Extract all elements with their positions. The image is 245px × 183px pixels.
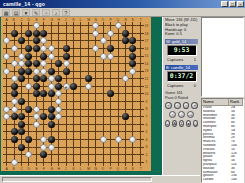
edit-icon[interactable]: ✎ xyxy=(32,9,40,16)
board-cell[interactable] xyxy=(55,121,62,129)
board-cell[interactable] xyxy=(62,113,69,121)
clock-icon[interactable]: ◔ xyxy=(42,9,50,16)
board-cell[interactable] xyxy=(77,30,84,38)
board-cell[interactable] xyxy=(129,113,136,121)
board-cell[interactable] xyxy=(85,158,92,166)
board-cell[interactable] xyxy=(18,52,25,60)
board-cell[interactable] xyxy=(122,75,129,83)
board-cell[interactable] xyxy=(77,67,84,75)
board-cell[interactable] xyxy=(3,113,10,121)
board-cell[interactable] xyxy=(99,128,106,136)
board-cell[interactable] xyxy=(99,30,106,38)
board-cell[interactable] xyxy=(40,67,47,75)
board-cell[interactable] xyxy=(62,143,69,151)
board-cell[interactable] xyxy=(85,37,92,45)
board-cell[interactable] xyxy=(10,83,17,91)
board-cell[interactable] xyxy=(18,30,25,38)
board-cell[interactable] xyxy=(70,136,77,144)
board-cell[interactable] xyxy=(77,121,84,129)
board-cell[interactable] xyxy=(33,151,40,159)
board-cell[interactable] xyxy=(129,90,136,98)
board-cell[interactable] xyxy=(18,45,25,53)
prev-move-button[interactable]: ‹ xyxy=(174,102,181,109)
board-cell[interactable] xyxy=(55,22,62,30)
board-cell[interactable] xyxy=(129,143,136,151)
board-cell[interactable] xyxy=(33,67,40,75)
board-cell[interactable] xyxy=(3,121,10,129)
board-cell[interactable] xyxy=(85,128,92,136)
board-cell[interactable] xyxy=(62,37,69,45)
board-cell[interactable] xyxy=(85,67,92,75)
board-cell[interactable] xyxy=(85,143,92,151)
observer-list-header[interactable]: Name Rank xyxy=(202,99,243,106)
board-cell[interactable] xyxy=(3,136,10,144)
board-cell[interactable] xyxy=(55,67,62,75)
board-cell[interactable] xyxy=(18,143,25,151)
board-cell[interactable] xyxy=(85,30,92,38)
column-header-name[interactable]: Name xyxy=(202,99,229,105)
board-cell[interactable] xyxy=(77,37,84,45)
prev-variation-button[interactable]: ↑ xyxy=(169,111,176,118)
board-cell[interactable] xyxy=(92,52,99,60)
board-cell[interactable] xyxy=(62,60,69,68)
board-cell[interactable] xyxy=(40,60,47,68)
board-cell[interactable] xyxy=(92,37,99,45)
board-cell[interactable] xyxy=(62,158,69,166)
board-cell[interactable] xyxy=(48,121,55,129)
board-cell[interactable] xyxy=(33,113,40,121)
board-cell[interactable] xyxy=(3,60,10,68)
board-cell[interactable] xyxy=(70,45,77,53)
board-cell[interactable] xyxy=(3,45,10,53)
board-cell[interactable] xyxy=(40,113,47,121)
board-cell[interactable] xyxy=(70,113,77,121)
board-cell[interactable] xyxy=(40,90,47,98)
board-cell[interactable] xyxy=(62,52,69,60)
letter-tool-button[interactable]: A xyxy=(172,120,177,127)
board-cell[interactable] xyxy=(129,105,136,113)
board-cell[interactable] xyxy=(122,90,129,98)
board-cell[interactable] xyxy=(3,128,10,136)
board-cell[interactable] xyxy=(25,98,32,106)
board-cell[interactable] xyxy=(122,136,129,144)
board-cell[interactable] xyxy=(18,90,25,98)
board-cell[interactable] xyxy=(40,121,47,129)
board-cell[interactable] xyxy=(33,52,40,60)
board-cell[interactable] xyxy=(114,128,121,136)
board-cell[interactable] xyxy=(40,151,47,159)
board-cell[interactable] xyxy=(25,60,32,68)
board-cell[interactable] xyxy=(85,60,92,68)
board-cell[interactable] xyxy=(18,121,25,129)
board-cell[interactable] xyxy=(107,75,114,83)
board-cell[interactable] xyxy=(55,98,62,106)
board-cell[interactable] xyxy=(99,158,106,166)
board-cell[interactable] xyxy=(40,52,47,60)
board-cell[interactable] xyxy=(25,121,32,129)
board-cell[interactable] xyxy=(129,136,136,144)
board-cell[interactable] xyxy=(114,121,121,129)
observer-list[interactable]: Name Rank crash2dtatanka5kmortimer3kseas… xyxy=(201,98,244,183)
board-cell[interactable] xyxy=(3,67,10,75)
board-cell[interactable] xyxy=(25,151,32,159)
board-cell[interactable] xyxy=(107,143,114,151)
board-cell[interactable] xyxy=(48,37,55,45)
board-cell[interactable] xyxy=(25,45,32,53)
board-cell[interactable] xyxy=(62,67,69,75)
board-cell[interactable] xyxy=(114,98,121,106)
board-cell[interactable] xyxy=(70,37,77,45)
board-cell[interactable] xyxy=(99,151,106,159)
board-cell[interactable] xyxy=(85,75,92,83)
board-cell[interactable] xyxy=(122,98,129,106)
board-cell[interactable] xyxy=(40,158,47,166)
board-cell[interactable] xyxy=(62,105,69,113)
go-board[interactable]: ABCDEFGHJKLMNOPQRST + 191817161514131211… xyxy=(1,17,151,171)
board-cell[interactable] xyxy=(77,158,84,166)
board-cell[interactable] xyxy=(70,121,77,129)
board-cell[interactable] xyxy=(25,128,32,136)
board-cell[interactable] xyxy=(122,143,129,151)
board-cell[interactable] xyxy=(40,136,47,144)
board-cell[interactable] xyxy=(99,37,106,45)
board-cell[interactable] xyxy=(92,151,99,159)
board-cell[interactable] xyxy=(70,22,77,30)
board-cell[interactable] xyxy=(107,83,114,91)
board-cell[interactable] xyxy=(33,128,40,136)
board-cell[interactable] xyxy=(77,136,84,144)
board-cell[interactable] xyxy=(114,30,121,38)
board-cell[interactable] xyxy=(62,30,69,38)
board-cell[interactable] xyxy=(18,136,25,144)
board-cell[interactable] xyxy=(107,113,114,121)
board-cell[interactable] xyxy=(62,22,69,30)
next-variation-button[interactable]: ↓ xyxy=(178,111,185,118)
title-bar[interactable]: camille_14 - qgo _□× xyxy=(0,0,245,8)
board-cell[interactable] xyxy=(92,30,99,38)
board-cell[interactable] xyxy=(107,30,114,38)
board-cell[interactable] xyxy=(62,121,69,129)
board-cell[interactable] xyxy=(40,45,47,53)
info-icon[interactable]: ? xyxy=(62,9,70,16)
board-cell[interactable] xyxy=(122,52,129,60)
board-cell[interactable] xyxy=(77,113,84,121)
board-cell[interactable] xyxy=(129,30,136,38)
board-cell[interactable] xyxy=(70,128,77,136)
board-cell[interactable] xyxy=(92,121,99,129)
stone-tool-button[interactable]: ● xyxy=(186,120,191,127)
board-cell[interactable] xyxy=(77,52,84,60)
board-cell[interactable] xyxy=(92,22,99,30)
board-cell[interactable] xyxy=(25,52,32,60)
board-cell[interactable] xyxy=(62,90,69,98)
board-cell[interactable] xyxy=(55,37,62,45)
board-cell[interactable] xyxy=(122,37,129,45)
board-cell[interactable] xyxy=(114,83,121,91)
board-cell[interactable] xyxy=(77,151,84,159)
board-cell[interactable] xyxy=(3,37,10,45)
board-cell[interactable] xyxy=(122,105,129,113)
board-cell[interactable] xyxy=(114,52,121,60)
board-cell[interactable] xyxy=(99,98,106,106)
board-cell[interactable] xyxy=(10,158,17,166)
board-cell[interactable] xyxy=(18,98,25,106)
board-cell[interactable] xyxy=(107,105,114,113)
board-cell[interactable] xyxy=(18,151,25,159)
board-cell[interactable] xyxy=(33,90,40,98)
board-cell[interactable] xyxy=(92,128,99,136)
board-cell[interactable] xyxy=(3,52,10,60)
board-cell[interactable] xyxy=(48,60,55,68)
board-cell[interactable] xyxy=(129,52,136,60)
board-cell[interactable] xyxy=(107,128,114,136)
main-branch-button[interactable]: ⌂ xyxy=(187,111,194,118)
board-cell[interactable] xyxy=(25,105,32,113)
board-cell[interactable] xyxy=(10,60,17,68)
board-cell[interactable] xyxy=(77,75,84,83)
board-cell[interactable] xyxy=(77,98,84,106)
board-cell[interactable] xyxy=(55,90,62,98)
board-cell[interactable] xyxy=(70,90,77,98)
board-cell[interactable] xyxy=(33,143,40,151)
board-cell[interactable] xyxy=(55,158,62,166)
board-cell[interactable] xyxy=(92,113,99,121)
board-cell[interactable] xyxy=(10,121,17,129)
board-cell[interactable] xyxy=(18,128,25,136)
board-cell[interactable] xyxy=(85,98,92,106)
column-header-rank[interactable]: Rank xyxy=(229,99,243,105)
board-cell[interactable] xyxy=(40,143,47,151)
board-cell[interactable] xyxy=(10,37,17,45)
board-cell[interactable] xyxy=(10,105,17,113)
board-cell[interactable] xyxy=(48,52,55,60)
board-cell[interactable] xyxy=(107,136,114,144)
board-cell[interactable] xyxy=(48,128,55,136)
board-cell[interactable] xyxy=(92,60,99,68)
board-cell[interactable] xyxy=(18,37,25,45)
board-cell[interactable] xyxy=(114,158,121,166)
board-cell[interactable] xyxy=(99,143,106,151)
board-cell[interactable] xyxy=(114,151,121,159)
board-cell[interactable] xyxy=(85,105,92,113)
board-cell[interactable] xyxy=(99,60,106,68)
board-cell[interactable] xyxy=(33,121,40,129)
board-cell[interactable] xyxy=(25,113,32,121)
board-cell[interactable] xyxy=(70,83,77,91)
board-cell[interactable] xyxy=(48,105,55,113)
board-cell[interactable] xyxy=(33,45,40,53)
board-cell[interactable] xyxy=(70,98,77,106)
board-cell[interactable] xyxy=(33,37,40,45)
observer-row[interactable]: candle14k xyxy=(202,178,243,182)
board-cell[interactable] xyxy=(25,30,32,38)
board-cell[interactable] xyxy=(92,158,99,166)
board-cell[interactable] xyxy=(3,105,10,113)
board-cell[interactable] xyxy=(48,136,55,144)
board-cell[interactable] xyxy=(92,143,99,151)
board-cell[interactable] xyxy=(18,83,25,91)
board-cell[interactable] xyxy=(77,22,84,30)
board-cell[interactable] xyxy=(3,83,10,91)
board-cell[interactable] xyxy=(3,143,10,151)
board-cell[interactable] xyxy=(40,22,47,30)
board-cell[interactable] xyxy=(48,98,55,106)
board-cell[interactable] xyxy=(18,60,25,68)
board-cell[interactable] xyxy=(33,75,40,83)
board-cell[interactable] xyxy=(48,22,55,30)
board-cell[interactable] xyxy=(70,30,77,38)
board-cell[interactable] xyxy=(55,45,62,53)
board-cell[interactable] xyxy=(92,75,99,83)
board-cell[interactable] xyxy=(122,67,129,75)
board-cell[interactable] xyxy=(25,90,32,98)
new-board-icon[interactable]: ▦ xyxy=(2,9,10,16)
board-cell[interactable] xyxy=(114,75,121,83)
board-cell[interactable] xyxy=(114,67,121,75)
board-cell[interactable] xyxy=(122,83,129,91)
sound-icon[interactable]: ♪ xyxy=(52,9,60,16)
board-cell[interactable] xyxy=(77,128,84,136)
board-cell[interactable] xyxy=(129,75,136,83)
board-cell[interactable] xyxy=(18,105,25,113)
maximize-button[interactable]: □ xyxy=(229,1,236,7)
board-cell[interactable] xyxy=(114,90,121,98)
board-cell[interactable] xyxy=(99,45,106,53)
board-cell[interactable] xyxy=(62,45,69,53)
board-cell[interactable] xyxy=(48,30,55,38)
board-cell[interactable] xyxy=(55,52,62,60)
board-cell[interactable] xyxy=(129,158,136,166)
board-cell[interactable] xyxy=(77,45,84,53)
board-cell[interactable] xyxy=(92,83,99,91)
board-cell[interactable] xyxy=(92,45,99,53)
board-cell[interactable] xyxy=(122,22,129,30)
board-cell[interactable] xyxy=(70,52,77,60)
board-cell[interactable] xyxy=(99,52,106,60)
chat-area[interactable] xyxy=(201,17,244,97)
resize-grip[interactable]: ··· xyxy=(153,169,160,174)
board-cell[interactable] xyxy=(114,22,121,30)
board-cell[interactable] xyxy=(33,98,40,106)
board-cell[interactable] xyxy=(129,83,136,91)
board-cell[interactable] xyxy=(3,75,10,83)
board-cell[interactable] xyxy=(48,90,55,98)
triangle-tool-button[interactable]: △ xyxy=(193,120,198,127)
board-cell[interactable] xyxy=(48,45,55,53)
board-cell[interactable]: + xyxy=(62,83,69,91)
board-cell[interactable] xyxy=(40,37,47,45)
board-cell[interactable] xyxy=(107,52,114,60)
board-cell[interactable] xyxy=(107,37,114,45)
board-cell[interactable] xyxy=(99,22,106,30)
board-cell[interactable] xyxy=(18,67,25,75)
board-cell[interactable] xyxy=(77,90,84,98)
board-cell[interactable] xyxy=(114,113,121,121)
board-cell[interactable] xyxy=(114,105,121,113)
board-cell[interactable] xyxy=(55,60,62,68)
board-cell[interactable] xyxy=(122,113,129,121)
board-cell[interactable] xyxy=(114,45,121,53)
board-cell[interactable] xyxy=(10,128,17,136)
board-cell[interactable] xyxy=(40,30,47,38)
board-cell[interactable] xyxy=(114,60,121,68)
number-tool-button[interactable]: 1 xyxy=(179,120,184,127)
board-cell[interactable] xyxy=(62,136,69,144)
board-cell[interactable] xyxy=(129,60,136,68)
board-cell[interactable] xyxy=(25,143,32,151)
board-cell[interactable] xyxy=(85,121,92,129)
board-cell[interactable] xyxy=(55,151,62,159)
board-cell[interactable] xyxy=(129,45,136,53)
board-cell[interactable] xyxy=(114,143,121,151)
next-move-button[interactable]: › xyxy=(183,102,190,109)
board-cell[interactable] xyxy=(40,75,47,83)
board-cell[interactable] xyxy=(107,158,114,166)
board-cell[interactable] xyxy=(33,136,40,144)
board-cell[interactable] xyxy=(70,143,77,151)
board-cell[interactable] xyxy=(99,121,106,129)
board-cell[interactable] xyxy=(129,67,136,75)
board-cell[interactable] xyxy=(10,52,17,60)
board-cell[interactable] xyxy=(25,136,32,144)
board-cell[interactable] xyxy=(77,83,84,91)
board-cell[interactable] xyxy=(129,128,136,136)
board-cell[interactable] xyxy=(129,151,136,159)
board-cell[interactable] xyxy=(48,158,55,166)
board-cell[interactable] xyxy=(62,98,69,106)
board-cell[interactable] xyxy=(3,90,10,98)
board-cell[interactable] xyxy=(62,151,69,159)
board-cell[interactable] xyxy=(3,98,10,106)
board-cell[interactable] xyxy=(85,22,92,30)
board-cell[interactable] xyxy=(99,136,106,144)
board-cell[interactable] xyxy=(107,98,114,106)
board-cell[interactable] xyxy=(33,105,40,113)
edit-mode-button[interactable]: + xyxy=(165,120,170,127)
last-move-button[interactable]: » xyxy=(191,102,198,109)
board-cell[interactable] xyxy=(33,83,40,91)
board-cell[interactable] xyxy=(48,143,55,151)
board-cell[interactable] xyxy=(10,67,17,75)
board-cell[interactable] xyxy=(85,113,92,121)
board-cell[interactable] xyxy=(107,60,114,68)
board-cell[interactable] xyxy=(85,151,92,159)
open-game-icon[interactable]: ▤ xyxy=(12,9,20,16)
board-cell[interactable] xyxy=(122,121,129,129)
board-cell[interactable] xyxy=(107,45,114,53)
status-field[interactable] xyxy=(2,177,152,182)
board-grid[interactable]: + xyxy=(3,22,144,166)
board-cell[interactable] xyxy=(62,128,69,136)
board-cell[interactable] xyxy=(99,105,106,113)
board-cell[interactable] xyxy=(48,67,55,75)
board-cell[interactable] xyxy=(85,136,92,144)
board-cell[interactable] xyxy=(25,37,32,45)
board-cell[interactable] xyxy=(92,105,99,113)
close-button[interactable]: × xyxy=(237,1,244,7)
board-cell[interactable] xyxy=(70,67,77,75)
board-cell[interactable] xyxy=(25,22,32,30)
board-cell[interactable] xyxy=(3,158,10,166)
board-cell[interactable] xyxy=(99,113,106,121)
board-cell[interactable] xyxy=(40,128,47,136)
minimize-button[interactable]: _ xyxy=(221,1,228,7)
save-game-icon[interactable]: ▼ xyxy=(22,9,30,16)
board-cell[interactable] xyxy=(55,83,62,91)
board-cell[interactable] xyxy=(129,121,136,129)
board-cell[interactable] xyxy=(77,143,84,151)
board-cell[interactable] xyxy=(10,143,17,151)
